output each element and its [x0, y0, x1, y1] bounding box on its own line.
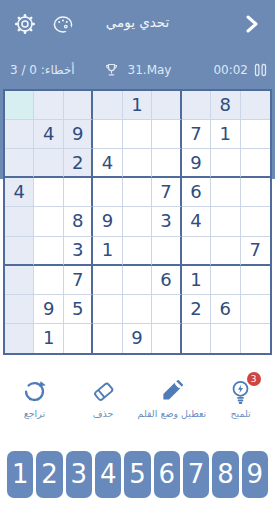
- date-label: 31.May: [128, 63, 172, 77]
- sudoku-cell-r4c9[interactable]: [241, 178, 270, 207]
- sudoku-cell-r2c7[interactable]: 7: [182, 120, 211, 149]
- sudoku-cell-r9c1[interactable]: [5, 324, 34, 353]
- sudoku-cell-r6c6[interactable]: [152, 237, 181, 266]
- sudoku-cell-r1c2[interactable]: [34, 91, 63, 120]
- sudoku-cell-r5c4[interactable]: 9: [93, 207, 122, 236]
- sudoku-cell-r1c5[interactable]: 1: [123, 91, 152, 120]
- sudoku-cell-r8c9[interactable]: [241, 295, 270, 324]
- numpad-key-6[interactable]: 6: [154, 451, 180, 498]
- sudoku-cell-r6c3[interactable]: 3: [64, 237, 93, 266]
- sudoku-cell-r5c5[interactable]: [123, 207, 152, 236]
- numpad-key-9[interactable]: 9: [242, 451, 268, 498]
- sudoku-cell-r7c9[interactable]: [241, 266, 270, 295]
- sudoku-cell-r6c1[interactable]: [5, 237, 34, 266]
- sudoku-cell-r3c8[interactable]: [211, 149, 240, 178]
- sudoku-board: 1849712494768934317761952619: [3, 89, 272, 355]
- sudoku-cell-r3c9[interactable]: [241, 149, 270, 178]
- sudoku-cell-r2c9[interactable]: [241, 120, 270, 149]
- sudoku-cell-r8c7[interactable]: 2: [182, 295, 211, 324]
- sudoku-cell-r9c7[interactable]: [182, 324, 211, 353]
- sudoku-app-screen: { "game": "sudoku", "position": "....1..…: [0, 0, 275, 512]
- numpad-key-4[interactable]: 4: [95, 451, 121, 498]
- hint-button[interactable]: 3 تلميح: [209, 378, 273, 419]
- sudoku-cell-r1c3[interactable]: [64, 91, 93, 120]
- sudoku-cell-r5c7[interactable]: 4: [182, 207, 211, 236]
- sudoku-cell-r7c2[interactable]: [34, 266, 63, 295]
- sudoku-cell-r4c7[interactable]: 6: [182, 178, 211, 207]
- sudoku-cell-r9c3[interactable]: [64, 324, 93, 353]
- sudoku-cell-r6c8[interactable]: [211, 237, 240, 266]
- sudoku-cell-r4c8[interactable]: [211, 178, 240, 207]
- eraser-icon: [90, 378, 117, 405]
- pause-icon[interactable]: [254, 63, 267, 77]
- sudoku-cell-r1c4[interactable]: [93, 91, 122, 120]
- pencil-icon: [158, 378, 185, 405]
- sudoku-cell-r4c4[interactable]: [93, 178, 122, 207]
- top-bar: تحدي يومي: [0, 8, 275, 42]
- sudoku-cell-r8c3[interactable]: 5: [64, 295, 93, 324]
- pencil-mode-button[interactable]: تعطيل وضع القلم: [140, 378, 204, 419]
- sudoku-cell-r9c2[interactable]: 1: [34, 324, 63, 353]
- sudoku-cell-r1c9[interactable]: [241, 91, 270, 120]
- sudoku-cell-r7c8[interactable]: [211, 266, 240, 295]
- sudoku-cell-r1c6[interactable]: [152, 91, 181, 120]
- sudoku-cell-r9c5[interactable]: 9: [123, 324, 152, 353]
- undo-button[interactable]: تراجع: [2, 378, 66, 419]
- sudoku-cell-r4c3[interactable]: [64, 178, 93, 207]
- sudoku-cell-r4c2[interactable]: [34, 178, 63, 207]
- sudoku-cell-r5c9[interactable]: [241, 207, 270, 236]
- sudoku-cell-r8c1[interactable]: [5, 295, 34, 324]
- sudoku-cell-r2c8[interactable]: 1: [211, 120, 240, 149]
- numpad-key-2[interactable]: 2: [36, 451, 62, 498]
- sudoku-cell-r8c5[interactable]: [123, 295, 152, 324]
- sudoku-cell-r7c7[interactable]: 1: [182, 266, 211, 295]
- hint-label: تلميح: [230, 408, 250, 419]
- sudoku-cell-r1c7[interactable]: [182, 91, 211, 120]
- sudoku-cell-r2c5[interactable]: [123, 120, 152, 149]
- sudoku-cell-r3c6[interactable]: [152, 149, 181, 178]
- number-pad: 123456789: [7, 451, 268, 498]
- sudoku-cell-r8c8[interactable]: 6: [211, 295, 240, 324]
- sudoku-cell-r2c4[interactable]: [93, 120, 122, 149]
- hint-count-badge: 3: [247, 372, 261, 386]
- sudoku-cell-r9c9[interactable]: [241, 324, 270, 353]
- status-bar: أخطاء: 0 / 3 31.May 00:02: [0, 60, 275, 82]
- numpad-key-7[interactable]: 7: [183, 451, 209, 498]
- numpad-key-3[interactable]: 3: [66, 451, 92, 498]
- sudoku-cell-r8c6[interactable]: [152, 295, 181, 324]
- erase-label: حذف: [93, 408, 114, 419]
- sudoku-cell-r2c2[interactable]: 4: [34, 120, 63, 149]
- sudoku-cell-r8c4[interactable]: [93, 295, 122, 324]
- sudoku-cell-r4c6[interactable]: 7: [152, 178, 181, 207]
- sudoku-cell-r2c1[interactable]: [5, 120, 34, 149]
- sudoku-cell-r9c6[interactable]: [152, 324, 181, 353]
- sudoku-cell-r3c4[interactable]: 4: [93, 149, 122, 178]
- page-title: تحدي يومي: [0, 14, 275, 30]
- sudoku-cell-r7c3[interactable]: 7: [64, 266, 93, 295]
- sudoku-cell-r3c2[interactable]: [34, 149, 63, 178]
- numpad-key-8[interactable]: 8: [212, 451, 238, 498]
- erase-button[interactable]: حذف: [71, 378, 135, 419]
- numpad-key-1[interactable]: 1: [7, 451, 33, 498]
- sudoku-cell-r6c4[interactable]: 1: [93, 237, 122, 266]
- sudoku-cell-r3c5[interactable]: [123, 149, 152, 178]
- sudoku-cell-r6c2[interactable]: [34, 237, 63, 266]
- undo-icon: [21, 378, 48, 405]
- sudoku-cell-r3c7[interactable]: 9: [182, 149, 211, 178]
- sudoku-cell-r5c8[interactable]: [211, 207, 240, 236]
- sudoku-cell-r6c7[interactable]: [182, 237, 211, 266]
- sudoku-cell-r9c4[interactable]: [93, 324, 122, 353]
- sudoku-cell-r7c6[interactable]: 6: [152, 266, 181, 295]
- sudoku-cell-r7c1[interactable]: [5, 266, 34, 295]
- undo-label: تراجع: [24, 408, 45, 419]
- sudoku-cell-r5c6[interactable]: 3: [152, 207, 181, 236]
- sudoku-cell-r2c3[interactable]: 9: [64, 120, 93, 149]
- numpad-key-5[interactable]: 5: [124, 451, 150, 498]
- sudoku-cell-r5c1[interactable]: [5, 207, 34, 236]
- sudoku-cell-r6c5[interactable]: [123, 237, 152, 266]
- sudoku-cell-r7c5[interactable]: [123, 266, 152, 295]
- sudoku-cell-r2c6[interactable]: [152, 120, 181, 149]
- sudoku-cell-r5c3[interactable]: 8: [64, 207, 93, 236]
- sudoku-cell-r3c1[interactable]: [5, 149, 34, 178]
- sudoku-cell-r6c9[interactable]: 7: [241, 237, 270, 266]
- sudoku-cell-r1c1[interactable]: [5, 91, 34, 120]
- sudoku-cell-r5c2[interactable]: [34, 207, 63, 236]
- sudoku-cell-r3c3[interactable]: 2: [64, 149, 93, 178]
- trophy-icon: [104, 62, 119, 78]
- sudoku-cell-r9c8[interactable]: [211, 324, 240, 353]
- toolbar: تراجع حذف تعطيل وضع القلم 3: [0, 378, 275, 430]
- sudoku-cell-r4c5[interactable]: [123, 178, 152, 207]
- back-chevron-icon[interactable]: [241, 11, 263, 36]
- sudoku-cell-r8c2[interactable]: 9: [34, 295, 63, 324]
- sudoku-cell-r4c1[interactable]: 4: [5, 178, 34, 207]
- sudoku-cell-r7c4[interactable]: [93, 266, 122, 295]
- pencil-mode-label: تعطيل وضع القلم: [138, 408, 207, 419]
- timer-label: 00:02: [213, 63, 248, 77]
- sudoku-cell-r1c8[interactable]: 8: [211, 91, 240, 120]
